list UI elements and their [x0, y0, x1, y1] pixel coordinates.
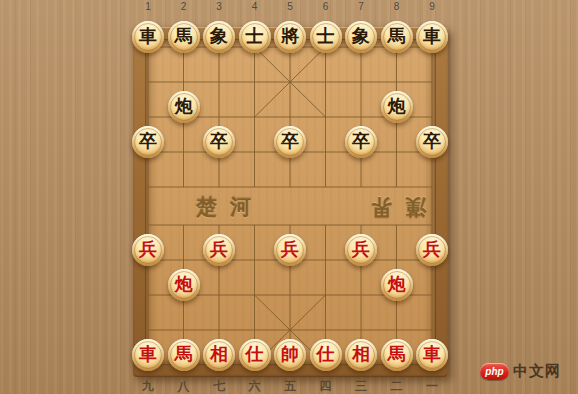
piece-red-c9r7[interactable]: 兵: [416, 234, 448, 266]
file-label-bottom: 五: [284, 378, 296, 394]
piece-black-c9r1[interactable]: 車: [416, 21, 448, 53]
piece-black-c4r1[interactable]: 士: [239, 21, 271, 53]
piece-glyph: 兵: [352, 240, 370, 258]
piece-glyph: 炮: [388, 275, 406, 293]
piece-glyph: 馬: [175, 345, 193, 363]
piece-black-c2r1[interactable]: 馬: [168, 21, 200, 53]
river-label-chu-he: 楚河: [196, 193, 264, 221]
file-label-bottom: 二: [391, 378, 403, 394]
piece-glyph: 兵: [423, 240, 441, 258]
piece-glyph: 兵: [139, 240, 157, 258]
piece-glyph: 兵: [210, 240, 228, 258]
file-label-top: 2: [181, 1, 187, 12]
piece-glyph: 車: [139, 345, 157, 363]
piece-black-c7r1[interactable]: 象: [345, 21, 377, 53]
piece-black-c3r4[interactable]: 卒: [203, 126, 235, 158]
piece-glyph: 士: [317, 27, 335, 45]
piece-red-c6r10[interactable]: 仕: [310, 339, 342, 371]
piece-glyph: 仕: [317, 345, 335, 363]
php-logo-badge: php: [480, 363, 509, 380]
piece-glyph: 象: [210, 27, 228, 45]
piece-glyph: 兵: [281, 240, 299, 258]
piece-black-c7r4[interactable]: 卒: [345, 126, 377, 158]
piece-glyph: 馬: [175, 27, 193, 45]
piece-red-c4r10[interactable]: 仕: [239, 339, 271, 371]
piece-black-c6r1[interactable]: 士: [310, 21, 342, 53]
piece-red-c5r7[interactable]: 兵: [274, 234, 306, 266]
piece-black-c1r4[interactable]: 卒: [132, 126, 164, 158]
piece-red-c5r10[interactable]: 帥: [274, 339, 306, 371]
piece-red-c3r7[interactable]: 兵: [203, 234, 235, 266]
page-background: 楚河 漢界 123456789 九八七六五四三二一 車馬象士將士象馬車炮炮卒卒卒…: [0, 0, 578, 394]
file-label-bottom: 一: [426, 378, 438, 394]
file-label-top: 1: [145, 1, 151, 12]
file-label-top: 5: [287, 1, 293, 12]
piece-red-c3r10[interactable]: 相: [203, 339, 235, 371]
piece-glyph: 卒: [139, 132, 157, 150]
file-label-top: 6: [323, 1, 329, 12]
piece-glyph: 卒: [423, 132, 441, 150]
piece-glyph: 車: [423, 345, 441, 363]
file-label-bottom: 九: [142, 378, 154, 394]
piece-glyph: 仕: [246, 345, 264, 363]
piece-red-c1r7[interactable]: 兵: [132, 234, 164, 266]
piece-glyph: 卒: [352, 132, 370, 150]
piece-glyph: 炮: [175, 97, 193, 115]
file-label-top: 3: [216, 1, 222, 12]
file-label-top: 4: [252, 1, 258, 12]
piece-glyph: 馬: [388, 27, 406, 45]
file-label-bottom: 七: [213, 378, 225, 394]
piece-red-c2r10[interactable]: 馬: [168, 339, 200, 371]
piece-black-c2r3[interactable]: 炮: [168, 91, 200, 123]
piece-red-c8r10[interactable]: 馬: [381, 339, 413, 371]
piece-glyph: 馬: [388, 345, 406, 363]
piece-glyph: 卒: [210, 132, 228, 150]
piece-red-c1r10[interactable]: 車: [132, 339, 164, 371]
piece-black-c1r1[interactable]: 車: [132, 21, 164, 53]
piece-red-c2r8[interactable]: 炮: [168, 269, 200, 301]
piece-glyph: 卒: [281, 132, 299, 150]
php-cn-watermark: php 中文网: [480, 362, 561, 381]
piece-red-c9r10[interactable]: 車: [416, 339, 448, 371]
file-label-bottom: 八: [178, 378, 190, 394]
piece-glyph: 相: [352, 345, 370, 363]
file-label-top: 8: [394, 1, 400, 12]
file-label-top: 9: [429, 1, 435, 12]
piece-glyph: 將: [281, 27, 299, 45]
piece-red-c8r8[interactable]: 炮: [381, 269, 413, 301]
piece-black-c5r4[interactable]: 卒: [274, 126, 306, 158]
file-label-bottom: 三: [355, 378, 367, 394]
piece-glyph: 炮: [175, 275, 193, 293]
file-label-bottom: 四: [320, 378, 332, 394]
piece-red-c7r7[interactable]: 兵: [345, 234, 377, 266]
watermark-site-name: 中文网: [513, 362, 561, 381]
piece-black-c5r1[interactable]: 將: [274, 21, 306, 53]
piece-black-c8r3[interactable]: 炮: [381, 91, 413, 123]
piece-black-c3r1[interactable]: 象: [203, 21, 235, 53]
piece-glyph: 象: [352, 27, 370, 45]
piece-glyph: 士: [246, 27, 264, 45]
piece-glyph: 車: [423, 27, 441, 45]
piece-black-c8r1[interactable]: 馬: [381, 21, 413, 53]
piece-glyph: 相: [210, 345, 228, 363]
file-label-top: 7: [358, 1, 364, 12]
river-label-han-jie: 漢界: [358, 193, 426, 221]
piece-black-c9r4[interactable]: 卒: [416, 126, 448, 158]
piece-glyph: 炮: [388, 97, 406, 115]
piece-glyph: 帥: [281, 345, 299, 363]
piece-red-c7r10[interactable]: 相: [345, 339, 377, 371]
piece-glyph: 車: [139, 27, 157, 45]
file-label-bottom: 六: [249, 378, 261, 394]
